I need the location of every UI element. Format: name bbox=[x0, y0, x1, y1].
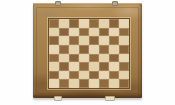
board-square bbox=[79, 71, 89, 80]
board-square bbox=[49, 71, 59, 80]
board-square bbox=[89, 71, 99, 80]
board-square bbox=[69, 28, 79, 37]
board-square bbox=[69, 36, 79, 45]
hinge-icon bbox=[112, 1, 118, 6]
board-square bbox=[109, 36, 119, 45]
board-square bbox=[109, 19, 119, 28]
clasp-foot bbox=[105, 96, 115, 101]
board-square bbox=[119, 71, 129, 80]
board-square bbox=[109, 79, 119, 88]
board-square bbox=[109, 62, 119, 71]
board-square bbox=[89, 45, 99, 54]
board-square bbox=[79, 79, 89, 88]
board-square bbox=[99, 45, 109, 54]
clasp-foot bbox=[54, 96, 62, 101]
board-square bbox=[109, 54, 119, 63]
board-square bbox=[99, 36, 109, 45]
board-square bbox=[59, 79, 69, 88]
board-square bbox=[69, 71, 79, 80]
board-square bbox=[99, 19, 109, 28]
board-square bbox=[79, 28, 89, 37]
board-square bbox=[59, 54, 69, 63]
board-square bbox=[79, 19, 89, 28]
board-square bbox=[89, 28, 99, 37]
board-square bbox=[69, 79, 79, 88]
photo-background bbox=[0, 0, 175, 105]
board-square bbox=[109, 71, 119, 80]
board-square bbox=[79, 36, 89, 45]
board-square bbox=[89, 54, 99, 63]
board-square bbox=[49, 54, 59, 63]
board-square bbox=[109, 45, 119, 54]
board-square bbox=[119, 19, 129, 28]
board-square bbox=[119, 54, 129, 63]
board-square bbox=[59, 45, 69, 54]
board-square bbox=[49, 36, 59, 45]
board-square bbox=[99, 71, 109, 80]
board-square bbox=[49, 62, 59, 71]
board-square bbox=[49, 28, 59, 37]
chess-board bbox=[33, 3, 142, 98]
hinge-icon bbox=[55, 1, 61, 6]
board-square bbox=[69, 62, 79, 71]
board-square bbox=[69, 19, 79, 28]
board-square bbox=[89, 19, 99, 28]
board-square bbox=[109, 28, 119, 37]
board-square bbox=[49, 79, 59, 88]
board-square bbox=[89, 36, 99, 45]
board-square bbox=[99, 62, 109, 71]
board-square bbox=[59, 28, 69, 37]
board-square bbox=[59, 36, 69, 45]
board-square bbox=[119, 36, 129, 45]
board-square bbox=[49, 45, 59, 54]
board-square bbox=[99, 28, 109, 37]
board-square bbox=[99, 54, 109, 63]
board-grid bbox=[48, 18, 130, 89]
board-square bbox=[59, 62, 69, 71]
board-square bbox=[119, 45, 129, 54]
board-square bbox=[89, 62, 99, 71]
board-square bbox=[79, 54, 89, 63]
board-square bbox=[59, 19, 69, 28]
board-square bbox=[99, 79, 109, 88]
board-square bbox=[119, 62, 129, 71]
board-square bbox=[79, 45, 89, 54]
board-square bbox=[69, 45, 79, 54]
board-square bbox=[49, 19, 59, 28]
board-square bbox=[79, 62, 89, 71]
board-square bbox=[59, 71, 69, 80]
board-square bbox=[119, 28, 129, 37]
board-square bbox=[69, 54, 79, 63]
board-square bbox=[119, 79, 129, 88]
board-square bbox=[89, 79, 99, 88]
